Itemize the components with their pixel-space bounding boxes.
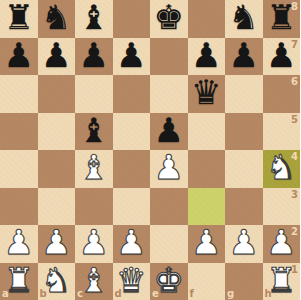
black-queen-piece[interactable]: ♛: [191, 74, 221, 111]
square-c2[interactable]: ♟: [75, 225, 113, 263]
square-d8[interactable]: [113, 0, 151, 38]
square-g6[interactable]: [225, 75, 263, 113]
white-pawn-piece[interactable]: ♟: [79, 224, 109, 261]
square-g2[interactable]: ♟: [225, 225, 263, 263]
white-king-piece[interactable]: ♚: [154, 262, 184, 299]
square-c8[interactable]: ♝: [75, 0, 113, 38]
white-rook-piece[interactable]: ♜: [266, 262, 296, 299]
square-f1[interactable]: f: [188, 263, 226, 300]
square-e8[interactable]: ♚: [150, 0, 188, 38]
square-h4[interactable]: ♞4: [263, 150, 301, 188]
square-d6[interactable]: [113, 75, 151, 113]
black-pawn-piece[interactable]: ♟: [4, 37, 34, 74]
square-b4[interactable]: [38, 150, 76, 188]
black-pawn-piece[interactable]: ♟: [266, 37, 296, 74]
square-a5[interactable]: [0, 113, 38, 151]
white-pawn-piece[interactable]: ♟: [4, 224, 34, 261]
black-bishop-piece[interactable]: ♝: [79, 112, 109, 149]
square-h1[interactable]: ♜1h: [263, 263, 301, 300]
square-c3[interactable]: [75, 188, 113, 226]
square-h7[interactable]: ♟7: [263, 38, 301, 76]
square-a1[interactable]: ♜a: [0, 263, 38, 300]
white-knight-piece[interactable]: ♞: [266, 149, 296, 186]
square-g8[interactable]: ♞: [225, 0, 263, 38]
file-label-g: g: [227, 289, 234, 299]
square-d5[interactable]: [113, 113, 151, 151]
black-knight-piece[interactable]: ♞: [229, 0, 259, 36]
black-pawn-piece[interactable]: ♟: [79, 37, 109, 74]
black-bishop-piece[interactable]: ♝: [79, 0, 109, 36]
square-f4[interactable]: [188, 150, 226, 188]
square-f3[interactable]: [188, 188, 226, 226]
square-h5[interactable]: 5: [263, 113, 301, 151]
square-e7[interactable]: [150, 38, 188, 76]
black-pawn-piece[interactable]: ♟: [116, 37, 146, 74]
white-pawn-piece[interactable]: ♟: [191, 224, 221, 261]
square-d2[interactable]: ♟: [113, 225, 151, 263]
square-e2[interactable]: [150, 225, 188, 263]
square-a6[interactable]: [0, 75, 38, 113]
square-d3[interactable]: [113, 188, 151, 226]
square-f2[interactable]: ♟: [188, 225, 226, 263]
square-c7[interactable]: ♟: [75, 38, 113, 76]
square-b8[interactable]: ♞: [38, 0, 76, 38]
square-b1[interactable]: ♞b: [38, 263, 76, 300]
square-f5[interactable]: [188, 113, 226, 151]
square-d1[interactable]: ♛d: [113, 263, 151, 300]
square-a2[interactable]: ♟: [0, 225, 38, 263]
square-b2[interactable]: ♟: [38, 225, 76, 263]
square-c5[interactable]: ♝: [75, 113, 113, 151]
file-label-f: f: [190, 289, 194, 299]
square-f8[interactable]: [188, 0, 226, 38]
square-g3[interactable]: [225, 188, 263, 226]
white-bishop-piece[interactable]: ♝: [79, 262, 109, 299]
white-queen-piece[interactable]: ♛: [116, 262, 146, 299]
square-f6[interactable]: ♛: [188, 75, 226, 113]
square-d4[interactable]: [113, 150, 151, 188]
square-e4[interactable]: ♟: [150, 150, 188, 188]
square-b6[interactable]: [38, 75, 76, 113]
square-b5[interactable]: [38, 113, 76, 151]
white-pawn-piece[interactable]: ♟: [229, 224, 259, 261]
black-rook-piece[interactable]: ♜: [4, 0, 34, 36]
square-h2[interactable]: ♟2: [263, 225, 301, 263]
square-a3[interactable]: [0, 188, 38, 226]
white-pawn-piece[interactable]: ♟: [154, 149, 184, 186]
square-b3[interactable]: [38, 188, 76, 226]
square-e3[interactable]: [150, 188, 188, 226]
square-h6[interactable]: 6: [263, 75, 301, 113]
square-a4[interactable]: [0, 150, 38, 188]
square-a8[interactable]: ♜: [0, 0, 38, 38]
square-c6[interactable]: [75, 75, 113, 113]
square-b7[interactable]: ♟: [38, 38, 76, 76]
square-e5[interactable]: ♟: [150, 113, 188, 151]
black-pawn-piece[interactable]: ♟: [229, 37, 259, 74]
black-king-piece[interactable]: ♚: [154, 0, 184, 36]
square-c4[interactable]: ♝: [75, 150, 113, 188]
white-pawn-piece[interactable]: ♟: [266, 224, 296, 261]
chess-board: ♜♞♝♚♞♜8♟♟♟♟♟♟♟7♛6♝♟5♝♟♞43♟♟♟♟♟♟♟2♜a♞b♝c♛…: [0, 0, 300, 300]
rank-label-6: 6: [291, 77, 298, 87]
black-pawn-piece[interactable]: ♟: [191, 37, 221, 74]
rank-label-3: 3: [291, 190, 298, 200]
square-c1[interactable]: ♝c: [75, 263, 113, 300]
black-pawn-piece[interactable]: ♟: [154, 112, 184, 149]
square-h8[interactable]: ♜8: [263, 0, 301, 38]
rank-label-5: 5: [291, 115, 298, 125]
white-rook-piece[interactable]: ♜: [4, 262, 34, 299]
square-f7[interactable]: ♟: [188, 38, 226, 76]
white-pawn-piece[interactable]: ♟: [41, 224, 71, 261]
square-e6[interactable]: [150, 75, 188, 113]
black-pawn-piece[interactable]: ♟: [41, 37, 71, 74]
white-knight-piece[interactable]: ♞: [41, 262, 71, 299]
square-e1[interactable]: ♚e: [150, 263, 188, 300]
square-g5[interactable]: [225, 113, 263, 151]
black-rook-piece[interactable]: ♜: [266, 0, 296, 36]
square-h3[interactable]: 3: [263, 188, 301, 226]
square-g4[interactable]: [225, 150, 263, 188]
white-bishop-piece[interactable]: ♝: [79, 149, 109, 186]
square-d7[interactable]: ♟: [113, 38, 151, 76]
square-g1[interactable]: g: [225, 263, 263, 300]
square-g7[interactable]: ♟: [225, 38, 263, 76]
square-a7[interactable]: ♟: [0, 38, 38, 76]
black-knight-piece[interactable]: ♞: [41, 0, 71, 36]
white-pawn-piece[interactable]: ♟: [116, 224, 146, 261]
